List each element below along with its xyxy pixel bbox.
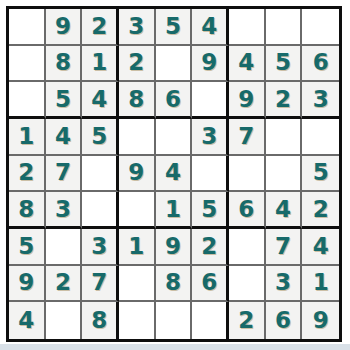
cell-r1c2[interactable]: 9	[46, 9, 83, 46]
cell-r3c6[interactable]	[192, 82, 229, 119]
cell-r2c2[interactable]: 8	[46, 46, 83, 83]
cell-r2c5[interactable]	[156, 46, 193, 83]
cell-r2c6[interactable]: 9	[192, 46, 229, 83]
cell-r5c1[interactable]: 2	[9, 156, 46, 193]
cell-r9c3[interactable]: 8	[82, 302, 119, 339]
cell-r8c7[interactable]	[229, 266, 266, 303]
cell-r7c7[interactable]	[229, 229, 266, 266]
cell-r6c6[interactable]: 5	[192, 192, 229, 229]
cell-r6c3[interactable]	[82, 192, 119, 229]
cell-r3c1[interactable]	[9, 82, 46, 119]
cell-r2c8[interactable]: 5	[266, 46, 303, 83]
cell-r8c5[interactable]: 8	[156, 266, 193, 303]
cell-r3c4[interactable]: 8	[119, 82, 156, 119]
page-bottom-strip	[0, 344, 350, 350]
cell-r9c7[interactable]: 2	[229, 302, 266, 339]
cell-r9c4[interactable]	[119, 302, 156, 339]
cell-r3c3[interactable]: 4	[82, 82, 119, 119]
cell-r8c6[interactable]: 6	[192, 266, 229, 303]
cell-r4c4[interactable]	[119, 119, 156, 156]
cell-r7c5[interactable]: 9	[156, 229, 193, 266]
cell-r8c3[interactable]: 7	[82, 266, 119, 303]
cell-r2c3[interactable]: 1	[82, 46, 119, 83]
cell-r6c4[interactable]	[119, 192, 156, 229]
cell-r8c2[interactable]: 2	[46, 266, 83, 303]
cell-r3c8[interactable]: 2	[266, 82, 303, 119]
cell-r3c9[interactable]: 3	[302, 82, 339, 119]
cell-r1c9[interactable]	[302, 9, 339, 46]
cell-r5c2[interactable]: 7	[46, 156, 83, 193]
cell-r4c5[interactable]	[156, 119, 193, 156]
cell-r7c2[interactable]	[46, 229, 83, 266]
cell-r7c3[interactable]: 3	[82, 229, 119, 266]
cell-r1c4[interactable]: 3	[119, 9, 156, 46]
cell-r8c1[interactable]: 9	[9, 266, 46, 303]
cell-r4c7[interactable]: 7	[229, 119, 266, 156]
cell-r1c1[interactable]	[9, 9, 46, 46]
cell-r6c7[interactable]: 6	[229, 192, 266, 229]
cell-r7c4[interactable]: 1	[119, 229, 156, 266]
cell-r5c9[interactable]: 5	[302, 156, 339, 193]
cell-r5c7[interactable]	[229, 156, 266, 193]
cell-r7c9[interactable]: 4	[302, 229, 339, 266]
cell-r8c4[interactable]	[119, 266, 156, 303]
cell-r2c1[interactable]	[9, 46, 46, 83]
cell-r4c9[interactable]	[302, 119, 339, 156]
cell-r4c6[interactable]: 3	[192, 119, 229, 156]
cell-r1c7[interactable]	[229, 9, 266, 46]
cell-r1c3[interactable]: 2	[82, 9, 119, 46]
cell-r6c9[interactable]: 2	[302, 192, 339, 229]
cell-r6c2[interactable]: 3	[46, 192, 83, 229]
cell-r4c8[interactable]	[266, 119, 303, 156]
cell-r4c1[interactable]: 1	[9, 119, 46, 156]
cell-r9c2[interactable]	[46, 302, 83, 339]
cell-r7c8[interactable]: 7	[266, 229, 303, 266]
cell-r9c8[interactable]: 6	[266, 302, 303, 339]
cell-r2c4[interactable]: 2	[119, 46, 156, 83]
cell-r1c8[interactable]	[266, 9, 303, 46]
cell-r5c4[interactable]: 9	[119, 156, 156, 193]
cell-r3c5[interactable]: 6	[156, 82, 193, 119]
cell-r3c7[interactable]: 9	[229, 82, 266, 119]
cell-r2c7[interactable]: 4	[229, 46, 266, 83]
cell-r3c2[interactable]: 5	[46, 82, 83, 119]
cell-r9c9[interactable]: 9	[302, 302, 339, 339]
cell-r8c8[interactable]: 3	[266, 266, 303, 303]
cell-r5c6[interactable]	[192, 156, 229, 193]
cell-r2c9[interactable]: 6	[302, 46, 339, 83]
cell-r6c1[interactable]: 8	[9, 192, 46, 229]
cell-r6c8[interactable]: 4	[266, 192, 303, 229]
cell-r7c1[interactable]: 5	[9, 229, 46, 266]
cell-r5c8[interactable]	[266, 156, 303, 193]
cell-r5c3[interactable]	[82, 156, 119, 193]
cell-r5c5[interactable]: 4	[156, 156, 193, 193]
cell-r7c6[interactable]: 2	[192, 229, 229, 266]
cell-r6c5[interactable]: 1	[156, 192, 193, 229]
cell-r4c2[interactable]: 4	[46, 119, 83, 156]
cell-r1c6[interactable]: 4	[192, 9, 229, 46]
cell-r9c1[interactable]: 4	[9, 302, 46, 339]
cell-r9c6[interactable]	[192, 302, 229, 339]
cell-r8c9[interactable]: 1	[302, 266, 339, 303]
cell-r4c3[interactable]: 5	[82, 119, 119, 156]
cell-r1c5[interactable]: 5	[156, 9, 193, 46]
cell-r9c5[interactable]	[156, 302, 193, 339]
sudoku-board: 9235481294565486923145372794583156425319…	[6, 6, 342, 342]
